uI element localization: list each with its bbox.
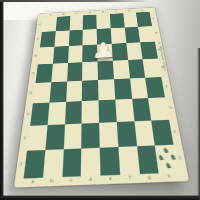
photo-edge xyxy=(0,195,200,200)
knight-icon: ♞ xyxy=(164,162,172,170)
square-d8 xyxy=(83,15,97,30)
square-e8 xyxy=(96,14,110,29)
coordinate-label: b xyxy=(42,178,62,185)
coordinate-label: f xyxy=(120,175,140,182)
square-b4 xyxy=(49,81,66,102)
square-c7 xyxy=(68,30,82,46)
square-a5 xyxy=(35,64,52,83)
coordinate-label: g xyxy=(139,174,159,181)
photo-edge xyxy=(0,0,150,2)
square-c4 xyxy=(66,81,83,102)
square-e3 xyxy=(99,100,117,123)
knight-icon: ♞ xyxy=(169,154,177,162)
square-e1 xyxy=(100,147,120,176)
square-c2 xyxy=(63,124,82,150)
square-h3 xyxy=(148,97,169,120)
square-c1 xyxy=(62,149,82,178)
square-b8 xyxy=(56,16,70,31)
square-b3 xyxy=(47,102,65,125)
square-d4 xyxy=(82,80,98,101)
square-c8 xyxy=(69,15,83,30)
square-c6 xyxy=(68,45,83,63)
coordinate-label: d xyxy=(81,177,101,184)
square-a7 xyxy=(40,31,56,47)
brand-logo: ♞♞♞♞ xyxy=(156,145,181,173)
square-d3 xyxy=(82,100,99,123)
square-c5 xyxy=(67,62,83,81)
square-e5 xyxy=(98,61,114,80)
square-h2 xyxy=(151,120,173,146)
photo-background: abcdefgh abcdefgh 87654321 87654321 © Wh… xyxy=(0,0,200,200)
chess-board: abcdefgh abcdefgh 87654321 87654321 © Wh… xyxy=(14,8,189,188)
coordinate-label: h xyxy=(159,174,180,181)
square-d5 xyxy=(82,61,98,80)
square-b1 xyxy=(43,149,64,178)
square-h7 xyxy=(138,26,155,42)
square-c3 xyxy=(65,101,83,124)
square-a3 xyxy=(30,103,49,126)
square-b7 xyxy=(54,30,69,46)
square-a8 xyxy=(42,17,57,32)
knight-icon: ♞ xyxy=(157,154,165,162)
square-a1 xyxy=(24,150,46,179)
square-a4 xyxy=(33,82,51,103)
coordinate-label: e xyxy=(100,176,120,183)
square-a6 xyxy=(38,47,54,65)
square-b6 xyxy=(53,46,69,64)
photo-edge xyxy=(0,0,4,200)
board-grid xyxy=(24,12,179,179)
coordinate-label: c xyxy=(62,177,82,184)
square-d1 xyxy=(81,148,100,177)
photo-edge xyxy=(197,48,200,200)
coordinate-label: a xyxy=(23,179,43,186)
square-e2 xyxy=(99,122,118,148)
square-b2 xyxy=(45,124,64,150)
square-e4 xyxy=(98,79,115,100)
square-h8 xyxy=(136,12,152,27)
square-b5 xyxy=(51,63,68,82)
square-d2 xyxy=(81,123,99,149)
square-a2 xyxy=(27,125,47,151)
white-pawn: ♟ xyxy=(91,40,117,62)
